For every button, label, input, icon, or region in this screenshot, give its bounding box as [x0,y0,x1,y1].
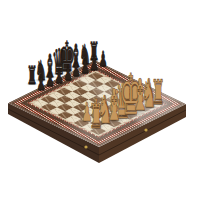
chess-set-photo: ♜♞♝♛♚♝♞♜♟♟♟♟♟♟♟♟♟♟♟♟♟♟♟♟♜♞♝♛♚♝♞♜ [0,0,200,200]
piece-black-pawn-b7: ♟ [46,69,55,90]
piece-black-pawn-g7: ♟ [90,52,99,73]
piece-white-rook-h1: ♜ [151,75,165,109]
piece-black-pawn-h7: ♟ [98,49,107,70]
piece-black-pawn-a7: ♟ [37,72,46,93]
pieces-layer: ♜♞♝♛♚♝♞♜♟♟♟♟♟♟♟♟♟♟♟♟♟♟♟♟♜♞♝♛♚♝♞♜ [0,0,200,200]
piece-black-pawn-c7: ♟ [55,65,64,86]
piece-black-pawn-e7: ♟ [72,59,81,80]
piece-black-pawn-f7: ♟ [81,55,90,76]
